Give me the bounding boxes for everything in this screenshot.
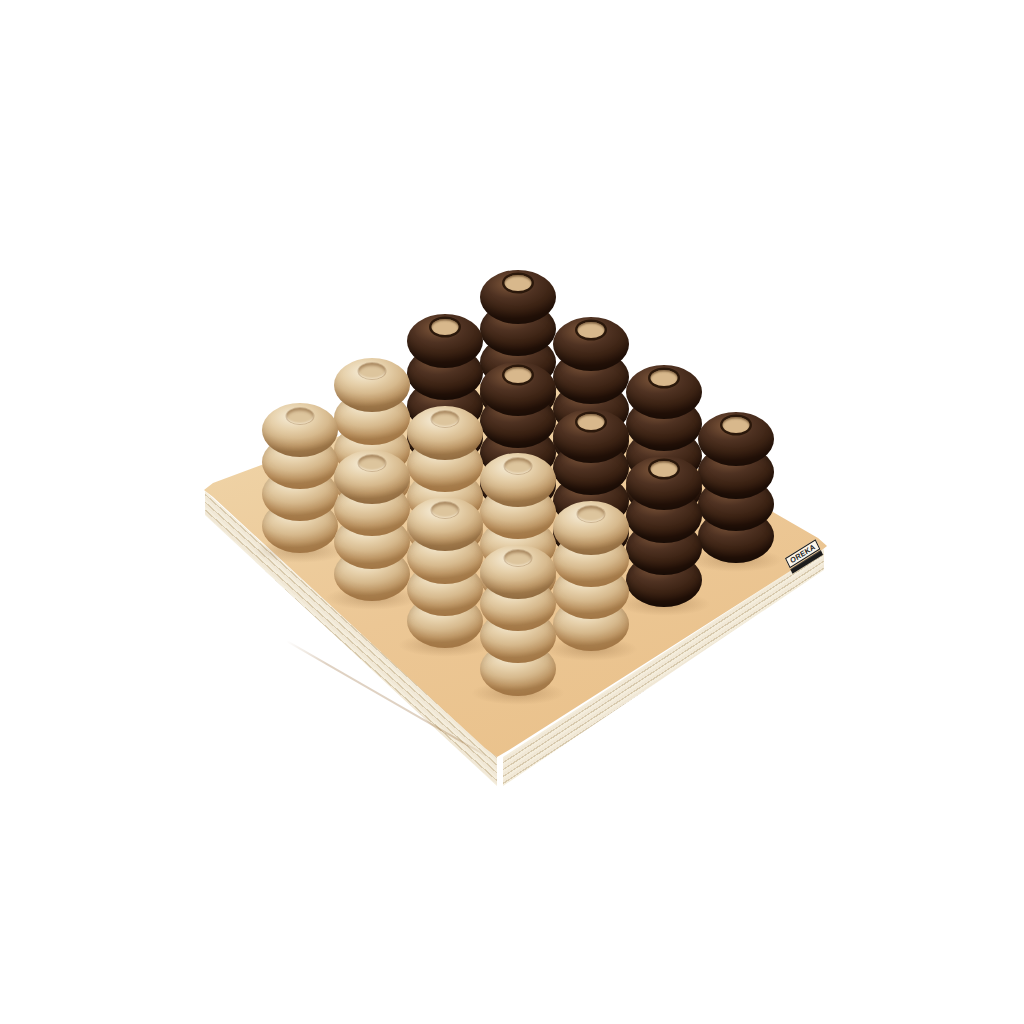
peg-hole [359,363,386,379]
stack-r4c4-light[interactable] [480,545,556,696]
stack-r4c1-light[interactable] [262,403,338,554]
bead-light[interactable] [480,545,556,599]
peg-hole [505,275,532,291]
bead-light[interactable] [334,450,410,504]
product-photo-scene: OREKA [0,0,1024,1024]
peg-hole [505,550,532,566]
peg-hole [359,455,386,471]
peg-hole [432,502,459,518]
bead-dark[interactable] [626,365,702,419]
peg-hole [432,411,459,427]
stack-r1c4-dark[interactable] [698,412,774,563]
peg-hole [577,414,604,430]
bead-dark[interactable] [626,456,702,510]
peg-hole [286,408,313,424]
bead-dark[interactable] [480,362,556,416]
stack-r4c2-light[interactable] [334,450,410,601]
peg-hole [505,458,532,474]
stack-r3c4-light[interactable] [553,501,629,652]
peg-hole [650,461,677,477]
bead-dark[interactable] [480,270,556,324]
stack-r4c3-light[interactable] [407,497,483,648]
bead-dark[interactable] [553,409,629,463]
peg-hole [505,367,532,383]
bead-light[interactable] [480,453,556,507]
peg-hole [650,370,677,386]
stack-r2c4-dark[interactable] [626,456,702,607]
peg-hole [577,506,604,522]
bead-light[interactable] [407,406,483,460]
bead-light[interactable] [262,403,338,457]
bead-dark[interactable] [553,317,629,371]
peg-hole [723,417,750,433]
bead-light[interactable] [553,501,629,555]
peg-hole [432,319,459,335]
bead-dark[interactable] [407,314,483,368]
peg-hole [577,322,604,338]
